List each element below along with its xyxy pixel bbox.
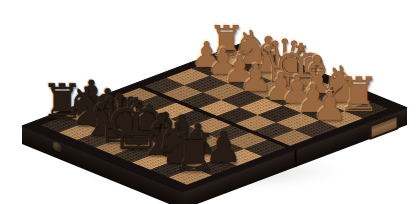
chess-set-photo: ♜♞♟♝♟♛♟♚♟♝♟♞♟♟♜♟♟♜♟♟♞♟♝♟♛♟♚♟♝♟♞♜ <box>0 0 416 204</box>
fold-seam <box>295 150 297 168</box>
box-latch <box>53 140 62 153</box>
